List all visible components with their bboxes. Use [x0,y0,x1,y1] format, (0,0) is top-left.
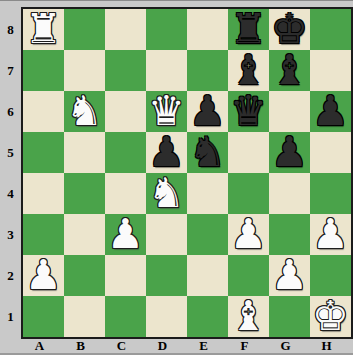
square-g8[interactable]: ♚ [269,9,310,50]
rank-label-8: 8 [0,9,21,50]
piece-black-knight-e5[interactable]: ♞ [189,132,226,173]
file-label-d: D [146,338,187,354]
square-f8[interactable]: ♜ [228,9,269,50]
square-c2[interactable] [105,255,146,296]
square-b2[interactable] [64,255,105,296]
square-e7[interactable] [187,50,228,91]
square-b3[interactable] [64,214,105,255]
piece-black-rook-f8[interactable]: ♜ [230,9,267,50]
square-e5[interactable]: ♞ [187,132,228,173]
square-a2[interactable]: ♟ [23,255,64,296]
file-label-a: A [23,338,64,354]
piece-white-knight-b6[interactable]: ♞ [66,91,103,132]
rank-label-1: 1 [0,296,21,337]
square-e8[interactable] [187,9,228,50]
square-h6[interactable]: ♟ [310,91,351,132]
square-c8[interactable] [105,9,146,50]
rank-label-7: 7 [0,50,21,91]
square-c6[interactable] [105,91,146,132]
square-f5[interactable] [228,132,269,173]
file-label-h: H [310,338,351,354]
square-g5[interactable]: ♟ [269,132,310,173]
board-frame: ♜♜♚♝♝♞♛♟♛♟♟♞♟♞♟♟♟♟♟♝♚ [21,7,353,339]
square-h3[interactable]: ♟ [310,214,351,255]
rank-label-4: 4 [0,173,21,214]
square-d6[interactable]: ♛ [146,91,187,132]
square-e4[interactable] [187,173,228,214]
square-d5[interactable]: ♟ [146,132,187,173]
square-a4[interactable] [23,173,64,214]
square-f7[interactable]: ♝ [228,50,269,91]
square-h8[interactable] [310,9,351,50]
chess-diagram: 87654321 ♜♜♚♝♝♞♛♟♛♟♟♞♟♞♟♟♟♟♟♝♚ ABCDEFGH [0,0,353,355]
square-h5[interactable] [310,132,351,173]
piece-white-queen-d6[interactable]: ♛ [148,91,185,132]
piece-white-bishop-f1[interactable]: ♝ [230,296,267,337]
square-f2[interactable] [228,255,269,296]
piece-black-bishop-f7[interactable]: ♝ [230,50,267,91]
square-h2[interactable] [310,255,351,296]
square-f4[interactable] [228,173,269,214]
piece-white-pawn-f3[interactable]: ♟ [230,214,267,255]
piece-white-pawn-h3[interactable]: ♟ [312,214,349,255]
piece-white-pawn-c3[interactable]: ♟ [107,214,144,255]
file-labels: ABCDEFGH [23,338,351,354]
rank-label-5: 5 [0,132,21,173]
square-c5[interactable] [105,132,146,173]
square-b8[interactable] [64,9,105,50]
square-b4[interactable] [64,173,105,214]
piece-white-rook-a8[interactable]: ♜ [25,9,62,50]
file-label-g: G [269,338,310,354]
square-g7[interactable]: ♝ [269,50,310,91]
square-b6[interactable]: ♞ [64,91,105,132]
square-d2[interactable] [146,255,187,296]
piece-black-king-g8[interactable]: ♚ [271,9,308,50]
square-d7[interactable] [146,50,187,91]
square-g2[interactable]: ♟ [269,255,310,296]
square-a7[interactable] [23,50,64,91]
square-a8[interactable]: ♜ [23,9,64,50]
square-f6[interactable]: ♛ [228,91,269,132]
piece-white-pawn-a2[interactable]: ♟ [25,255,62,296]
square-f3[interactable]: ♟ [228,214,269,255]
square-b1[interactable] [64,296,105,337]
piece-white-king-h1[interactable]: ♚ [312,296,349,337]
square-g6[interactable] [269,91,310,132]
square-b5[interactable] [64,132,105,173]
square-h1[interactable]: ♚ [310,296,351,337]
rank-label-3: 3 [0,214,21,255]
square-d3[interactable] [146,214,187,255]
piece-black-pawn-h6[interactable]: ♟ [312,91,349,132]
square-b7[interactable] [64,50,105,91]
rank-labels: 87654321 [0,9,21,337]
square-a1[interactable] [23,296,64,337]
square-a6[interactable] [23,91,64,132]
square-g4[interactable] [269,173,310,214]
square-d4[interactable]: ♞ [146,173,187,214]
file-label-f: F [228,338,269,354]
square-e2[interactable] [187,255,228,296]
square-e3[interactable] [187,214,228,255]
file-label-e: E [187,338,228,354]
square-c1[interactable] [105,296,146,337]
square-c7[interactable] [105,50,146,91]
chess-board: ♜♜♚♝♝♞♛♟♛♟♟♞♟♞♟♟♟♟♟♝♚ [23,9,351,337]
piece-white-knight-d4[interactable]: ♞ [148,173,185,214]
rank-label-6: 6 [0,91,21,132]
square-h4[interactable] [310,173,351,214]
piece-black-pawn-e6[interactable]: ♟ [189,91,226,132]
file-label-b: B [64,338,105,354]
square-a3[interactable] [23,214,64,255]
square-d1[interactable] [146,296,187,337]
square-f1[interactable]: ♝ [228,296,269,337]
piece-black-pawn-d5[interactable]: ♟ [148,132,185,173]
screen-top-edge [0,0,353,1]
square-h7[interactable] [310,50,351,91]
square-a5[interactable] [23,132,64,173]
piece-black-queen-f6[interactable]: ♛ [230,91,267,132]
square-e1[interactable] [187,296,228,337]
square-c3[interactable]: ♟ [105,214,146,255]
piece-white-pawn-g2[interactable]: ♟ [271,255,308,296]
square-d8[interactable] [146,9,187,50]
piece-black-pawn-g5[interactable]: ♟ [271,132,308,173]
piece-black-bishop-g7[interactable]: ♝ [271,50,308,91]
square-g1[interactable] [269,296,310,337]
square-e6[interactable]: ♟ [187,91,228,132]
square-g3[interactable] [269,214,310,255]
file-label-c: C [105,338,146,354]
square-c4[interactable] [105,173,146,214]
rank-label-2: 2 [0,255,21,296]
